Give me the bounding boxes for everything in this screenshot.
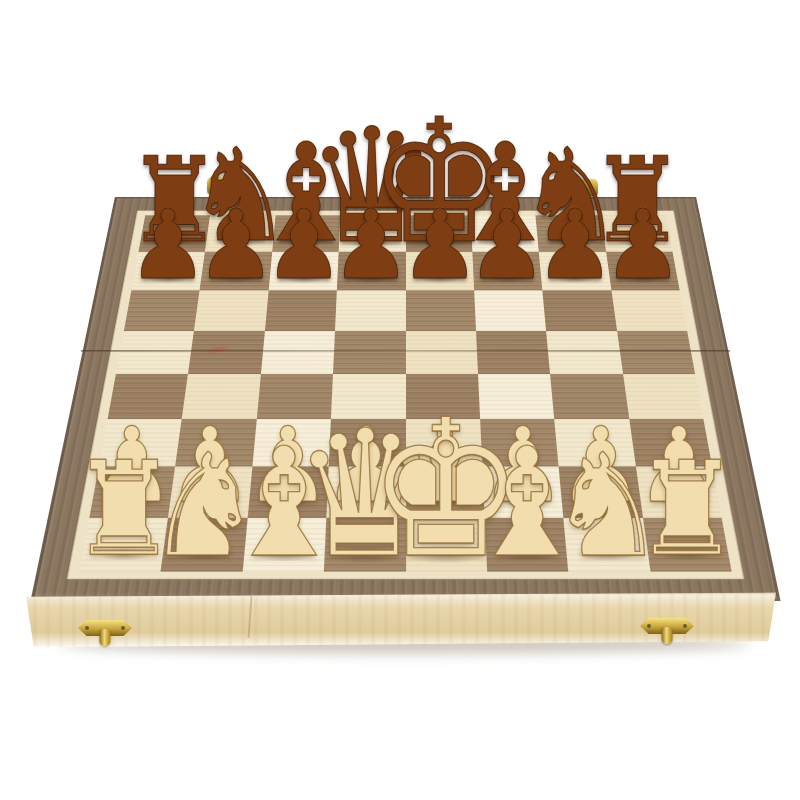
square-d6 xyxy=(335,290,405,330)
square-h2 xyxy=(636,467,722,518)
square-a3 xyxy=(99,419,182,467)
square-h8 xyxy=(601,215,673,251)
fold-seam xyxy=(81,350,731,352)
square-g1 xyxy=(564,517,651,571)
square-d7 xyxy=(337,252,406,290)
clasp-screw xyxy=(647,624,651,628)
square-a6 xyxy=(124,290,200,330)
square-c1 xyxy=(242,517,326,571)
square-h6 xyxy=(611,290,687,330)
square-e4 xyxy=(406,374,480,419)
square-d4 xyxy=(331,374,405,419)
square-e2 xyxy=(406,467,485,518)
square-f5 xyxy=(476,331,550,374)
square-a7 xyxy=(131,252,205,290)
square-g3 xyxy=(554,419,635,467)
square-d2 xyxy=(326,467,405,518)
square-e6 xyxy=(406,290,476,330)
board-frame xyxy=(30,197,780,601)
clasp-screw xyxy=(683,624,687,628)
square-f8 xyxy=(471,215,539,251)
square-c6 xyxy=(265,290,337,330)
square-b8 xyxy=(205,215,275,251)
brass-clasp-right xyxy=(640,618,694,634)
square-f4 xyxy=(478,374,555,419)
square-c5 xyxy=(261,331,335,374)
square-g2 xyxy=(559,467,643,518)
square-a2 xyxy=(89,467,175,518)
square-c2 xyxy=(247,467,328,518)
back-hinge-left xyxy=(207,176,227,194)
board-squares xyxy=(79,215,731,571)
square-b3 xyxy=(175,419,256,467)
clasp-screw xyxy=(85,626,89,630)
clasp-pin xyxy=(662,627,673,644)
square-a8 xyxy=(138,215,210,251)
square-f6 xyxy=(474,290,546,330)
clasp-screw xyxy=(121,626,125,630)
square-b1 xyxy=(161,517,248,571)
square-a5 xyxy=(116,331,194,374)
square-h7 xyxy=(606,252,680,290)
square-f2 xyxy=(482,467,563,518)
square-b4 xyxy=(182,374,261,419)
clasp-pin xyxy=(100,629,111,646)
square-b7 xyxy=(200,252,272,290)
square-a1 xyxy=(79,517,168,571)
board-border-line xyxy=(67,211,745,580)
square-g4 xyxy=(550,374,629,419)
square-d5 xyxy=(333,331,405,374)
brass-clasp-left xyxy=(78,620,132,636)
square-c4 xyxy=(257,374,334,419)
square-d3 xyxy=(329,419,406,467)
wood-crack xyxy=(247,596,252,638)
square-a4 xyxy=(108,374,189,419)
square-g7 xyxy=(539,252,611,290)
square-c8 xyxy=(272,215,340,251)
square-f3 xyxy=(480,419,559,467)
back-hinge-right xyxy=(578,178,598,196)
product-photo-stage: ♜♞♝♛♚♝♞♜♟♟♟♟♟♟♟♟♟♟♟♟♟♟♟♟♜♞♝♛♚♝♞♜ xyxy=(0,0,800,800)
square-b6 xyxy=(194,290,268,330)
square-e8 xyxy=(406,215,473,251)
square-g8 xyxy=(536,215,606,251)
square-c7 xyxy=(268,252,338,290)
square-d8 xyxy=(339,215,406,251)
square-h4 xyxy=(623,374,704,419)
square-e3 xyxy=(406,419,483,467)
chess-board xyxy=(30,197,780,601)
square-g5 xyxy=(546,331,622,374)
square-h5 xyxy=(617,331,695,374)
square-d1 xyxy=(324,517,406,571)
square-c3 xyxy=(252,419,331,467)
square-h1 xyxy=(643,517,732,571)
square-h3 xyxy=(629,419,712,467)
square-e7 xyxy=(406,252,475,290)
square-g6 xyxy=(543,290,617,330)
square-e1 xyxy=(406,517,488,571)
square-b5 xyxy=(188,331,264,374)
square-e5 xyxy=(406,331,478,374)
square-f1 xyxy=(485,517,569,571)
square-b2 xyxy=(168,467,252,518)
square-f7 xyxy=(472,252,542,290)
